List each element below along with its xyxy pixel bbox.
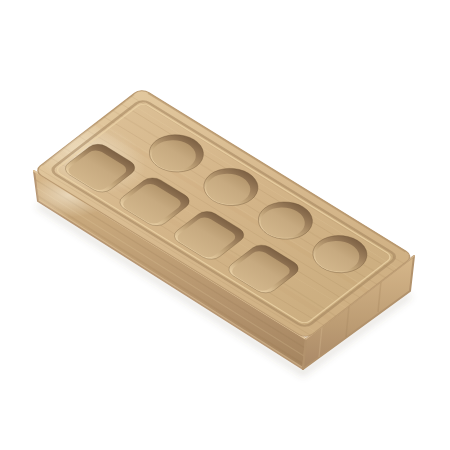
wooden-tray (0, 0, 450, 450)
product-photo-canvas: rectangular light rubberwood tray board,… (0, 0, 450, 450)
